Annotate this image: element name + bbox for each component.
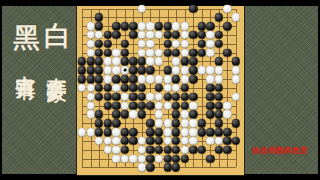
white-stone <box>215 75 223 83</box>
white-stone <box>86 84 94 92</box>
white-stone <box>112 137 120 145</box>
white-stone <box>78 128 86 136</box>
black-stone <box>215 128 223 136</box>
black-stone <box>121 84 129 92</box>
black-stone <box>129 128 137 136</box>
white-stone <box>180 40 188 48</box>
black-stone <box>129 22 137 30</box>
white-stone <box>155 48 163 56</box>
black-stone <box>172 146 180 154</box>
black-stone <box>197 48 205 56</box>
black-stone <box>215 31 223 39</box>
go-board[interactable] <box>77 6 244 175</box>
black-stone <box>112 93 120 101</box>
black-stone <box>121 57 129 65</box>
white-stone <box>112 66 120 74</box>
white-stone <box>112 146 120 154</box>
black-stone <box>180 84 188 92</box>
black-stone <box>223 48 231 56</box>
black-stone <box>103 31 111 39</box>
frame-left <box>0 0 2 180</box>
black-stone <box>138 84 146 92</box>
black-player-label: 黑 <box>13 25 40 52</box>
black-stone <box>121 128 129 136</box>
black-stone <box>86 57 94 65</box>
white-stone <box>86 48 94 56</box>
white-stone <box>206 48 214 56</box>
black-stone <box>95 57 103 65</box>
black-stone <box>215 101 223 109</box>
grid-line-horizontal <box>82 167 236 168</box>
black-stone <box>163 66 171 74</box>
white-player-label: 白 <box>44 23 71 50</box>
white-stone <box>206 40 214 48</box>
black-stone <box>215 13 223 21</box>
black-stone <box>180 57 188 65</box>
white-stone <box>86 22 94 30</box>
black-stone <box>86 75 94 83</box>
black-player-name: 申真谞 <box>16 60 36 66</box>
white-stone <box>155 31 163 39</box>
white-stone <box>138 40 146 48</box>
white-stone <box>223 110 231 118</box>
black-stone <box>172 119 180 127</box>
white-stone <box>172 84 180 92</box>
black-stone <box>155 84 163 92</box>
black-stone <box>103 119 111 127</box>
black-stone <box>129 93 137 101</box>
white-stone <box>206 137 214 145</box>
white-stone <box>112 84 120 92</box>
black-stone <box>138 57 146 65</box>
black-stone <box>146 146 154 154</box>
white-stone <box>180 48 188 56</box>
white-stone <box>138 4 146 12</box>
white-stone <box>112 128 120 136</box>
white-stone <box>180 119 188 127</box>
white-stone <box>155 93 163 101</box>
black-stone <box>146 128 154 136</box>
white-stone <box>121 93 129 101</box>
black-stone <box>232 137 240 145</box>
white-stone <box>103 146 111 154</box>
black-stone <box>112 31 120 39</box>
white-stone <box>180 146 188 154</box>
black-stone <box>78 75 86 83</box>
black-stone <box>129 31 137 39</box>
white-stone <box>138 146 146 154</box>
white-stone <box>163 75 171 83</box>
black-stone <box>172 137 180 145</box>
black-stone <box>189 93 197 101</box>
black-stone <box>206 101 214 109</box>
black-stone <box>95 48 103 56</box>
white-stone <box>103 75 111 83</box>
white-stone <box>86 40 94 48</box>
white-stone <box>163 119 171 127</box>
black-stone <box>146 137 154 145</box>
black-stone <box>146 66 154 74</box>
white-stone <box>155 101 163 109</box>
white-stone <box>146 75 154 83</box>
black-stone <box>197 31 205 39</box>
white-stone <box>112 154 120 162</box>
black-stone <box>155 128 163 136</box>
white-stone <box>163 84 171 92</box>
black-stone <box>129 75 137 83</box>
black-stone <box>155 137 163 145</box>
black-stone <box>172 154 180 162</box>
white-stone <box>172 57 180 65</box>
white-stone <box>138 137 146 145</box>
black-stone <box>103 84 111 92</box>
white-stone <box>146 22 154 30</box>
white-stone <box>95 137 103 145</box>
white-stone <box>121 154 129 162</box>
black-stone <box>95 13 103 21</box>
black-stone <box>155 22 163 30</box>
white-stone <box>180 66 188 74</box>
black-stone <box>129 66 137 74</box>
white-stone <box>86 128 94 136</box>
white-stone <box>138 75 146 83</box>
black-stone <box>129 101 137 109</box>
white-stone <box>138 154 146 162</box>
black-stone <box>197 119 205 127</box>
black-stone <box>146 119 154 127</box>
black-stone <box>138 93 146 101</box>
black-stone <box>172 101 180 109</box>
white-stone <box>78 84 86 92</box>
black-stone <box>112 101 120 109</box>
black-stone <box>129 57 137 65</box>
white-stone <box>146 31 154 39</box>
black-stone <box>189 146 197 154</box>
black-stone <box>163 22 171 30</box>
white-stone <box>155 110 163 118</box>
black-stone <box>146 101 154 109</box>
black-stone <box>103 101 111 109</box>
black-stone <box>197 146 205 154</box>
black-stone <box>121 110 129 118</box>
black-stone <box>78 66 86 74</box>
white-stone <box>223 4 231 12</box>
white-stone <box>155 75 163 83</box>
black-stone <box>172 163 180 171</box>
black-stone <box>163 154 171 162</box>
white-stone <box>163 128 171 136</box>
black-stone <box>189 75 197 83</box>
white-stone <box>146 57 154 65</box>
white-stone <box>189 137 197 145</box>
black-stone <box>138 110 146 118</box>
black-stone <box>206 93 214 101</box>
white-stone <box>163 101 171 109</box>
black-stone <box>146 163 154 171</box>
black-stone <box>206 128 214 136</box>
white-stone <box>180 110 188 118</box>
white-stone <box>180 22 188 30</box>
black-stone <box>189 4 197 12</box>
black-stone <box>215 119 223 127</box>
black-stone <box>172 31 180 39</box>
black-stone <box>95 75 103 83</box>
white-stone <box>180 75 188 83</box>
white-stone <box>232 93 240 101</box>
black-stone <box>223 22 231 30</box>
white-stone <box>129 110 137 118</box>
white-stone <box>206 75 214 83</box>
white-stone <box>146 40 154 48</box>
white-stone <box>232 66 240 74</box>
black-stone <box>138 66 146 74</box>
white-stone <box>180 31 188 39</box>
black-stone <box>172 75 180 83</box>
white-stone <box>155 57 163 65</box>
white-stone <box>189 119 197 127</box>
black-stone <box>121 146 129 154</box>
white-stone <box>138 48 146 56</box>
black-stone <box>78 57 86 65</box>
black-stone <box>138 101 146 109</box>
black-stone <box>197 22 205 30</box>
white-stone <box>146 93 154 101</box>
black-stone <box>189 31 197 39</box>
white-player-name: 李轩豪 <box>47 62 67 68</box>
black-stone <box>103 128 111 136</box>
last-move-marker <box>123 69 126 72</box>
black-stone <box>215 40 223 48</box>
white-stone <box>180 137 188 145</box>
black-stone <box>215 57 223 65</box>
black-stone <box>103 93 111 101</box>
white-stone <box>232 75 240 83</box>
black-stone <box>206 154 214 162</box>
white-stone <box>138 31 146 39</box>
black-stone <box>103 40 111 48</box>
white-stone <box>189 101 197 109</box>
black-stone <box>172 48 180 56</box>
black-stone <box>112 119 120 127</box>
white-stone <box>172 66 180 74</box>
white-stone <box>86 110 94 118</box>
black-stone <box>95 93 103 101</box>
black-stone <box>206 84 214 92</box>
white-stone <box>103 57 111 65</box>
black-stone <box>163 163 171 171</box>
watermark-text: 徐老师围棋教室 <box>252 146 316 156</box>
white-stone <box>223 101 231 109</box>
white-stone <box>112 57 120 65</box>
black-stone <box>206 22 214 30</box>
white-stone <box>189 128 197 136</box>
white-stone <box>155 154 163 162</box>
black-stone <box>215 84 223 92</box>
black-stone <box>95 119 103 127</box>
white-stone <box>172 22 180 30</box>
black-stone <box>163 93 171 101</box>
black-stone <box>163 31 171 39</box>
white-stone <box>138 163 146 171</box>
screenshot-stage: 黑 白 申真谞 李轩豪 徐老师围棋教室 <box>0 0 320 180</box>
black-stone <box>86 66 94 74</box>
white-stone <box>155 119 163 127</box>
white-stone <box>215 137 223 145</box>
white-stone <box>103 66 111 74</box>
black-stone <box>103 48 111 56</box>
white-stone <box>172 40 180 48</box>
black-stone <box>232 57 240 65</box>
black-stone <box>121 137 129 145</box>
white-stone <box>103 137 111 145</box>
black-stone <box>172 110 180 118</box>
black-stone <box>95 40 103 48</box>
black-stone <box>121 40 129 48</box>
white-stone <box>232 13 240 21</box>
black-stone <box>206 110 214 118</box>
white-stone <box>86 31 94 39</box>
black-stone <box>95 84 103 92</box>
black-stone <box>223 137 231 145</box>
black-stone <box>215 146 223 154</box>
white-stone <box>86 93 94 101</box>
black-stone <box>95 110 103 118</box>
black-stone <box>146 154 154 162</box>
black-stone <box>112 75 120 83</box>
white-stone <box>146 48 154 56</box>
black-stone <box>189 48 197 56</box>
white-stone <box>129 154 137 162</box>
black-stone <box>189 66 197 74</box>
black-stone <box>129 84 137 92</box>
white-stone <box>215 66 223 74</box>
black-stone <box>223 146 231 154</box>
white-stone <box>163 137 171 145</box>
black-stone <box>121 75 129 83</box>
white-stone <box>121 101 129 109</box>
black-stone <box>95 22 103 30</box>
black-stone <box>189 110 197 118</box>
black-stone <box>129 137 137 145</box>
white-stone <box>197 66 205 74</box>
black-stone <box>189 57 197 65</box>
black-stone <box>180 101 188 109</box>
black-stone <box>223 128 231 136</box>
white-stone <box>112 48 120 56</box>
black-stone <box>180 93 188 101</box>
black-stone <box>95 128 103 136</box>
black-stone <box>163 146 171 154</box>
black-stone <box>215 93 223 101</box>
black-stone <box>180 154 188 162</box>
black-stone <box>163 48 171 56</box>
black-stone <box>197 128 205 136</box>
black-stone <box>112 22 120 30</box>
white-stone <box>180 128 188 136</box>
white-stone <box>206 31 214 39</box>
black-stone <box>121 22 129 30</box>
white-stone <box>138 22 146 30</box>
white-stone <box>95 31 103 39</box>
black-stone <box>95 66 103 74</box>
black-stone <box>215 110 223 118</box>
black-stone <box>163 40 171 48</box>
black-stone <box>121 48 129 56</box>
black-stone <box>172 93 180 101</box>
black-stone <box>112 110 120 118</box>
black-stone <box>197 40 205 48</box>
black-stone <box>232 119 240 127</box>
black-stone <box>172 128 180 136</box>
black-stone <box>155 146 163 154</box>
white-stone <box>86 101 94 109</box>
white-stone <box>206 66 214 74</box>
